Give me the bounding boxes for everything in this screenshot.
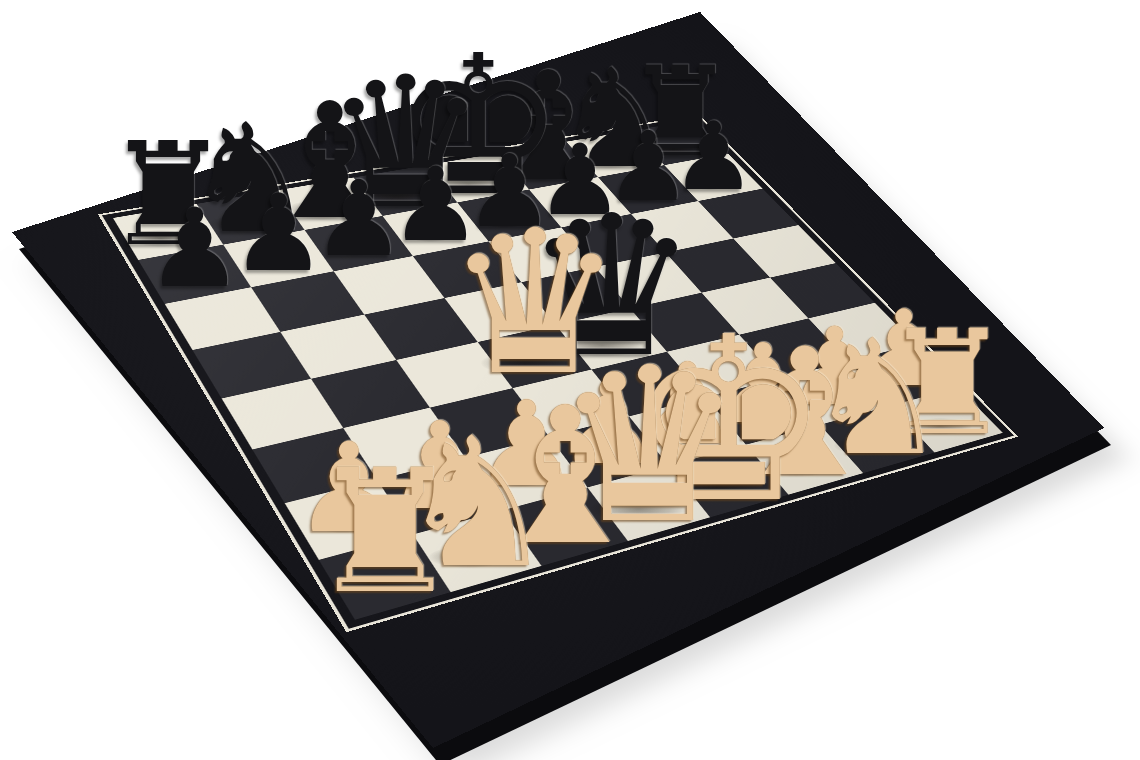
chess-set-product-photo: ♜♞♝♟♚♟♛♟♝♟♞♟♜♟♟♟♛♛♟♟♟♜♟♞♟♝♟♚♟♛♟♝♞♜ xyxy=(0,0,1140,760)
